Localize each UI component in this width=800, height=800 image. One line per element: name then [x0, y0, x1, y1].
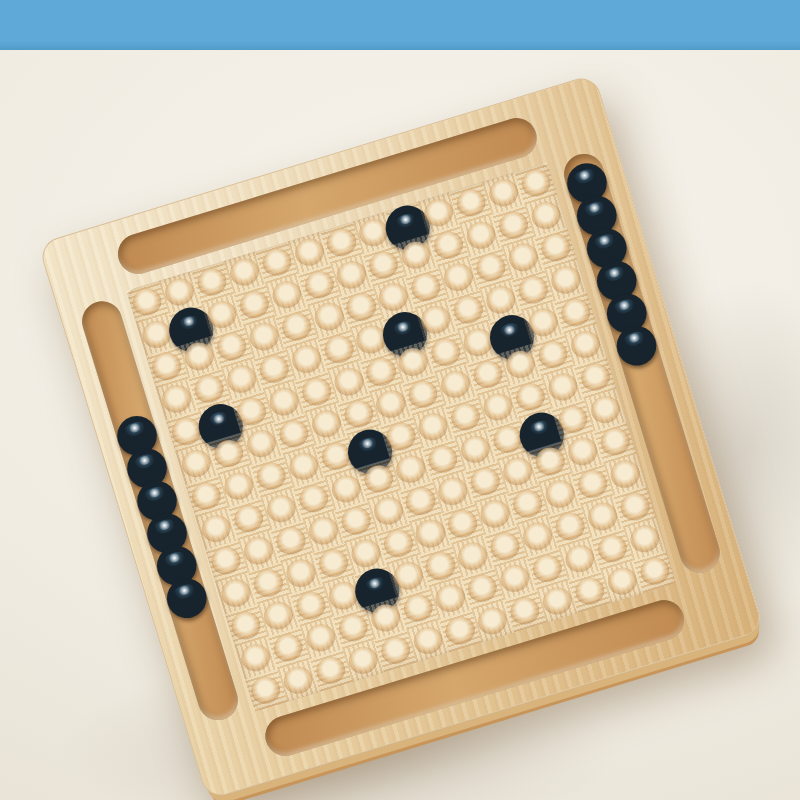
blue-backdrop [0, 0, 800, 50]
black-marble[interactable]: ● [611, 319, 659, 363]
black-marble[interactable]: ● [161, 572, 209, 616]
photo-scene: ●●●●●● ●●●●●● ●●●●●●●● [0, 0, 800, 800]
